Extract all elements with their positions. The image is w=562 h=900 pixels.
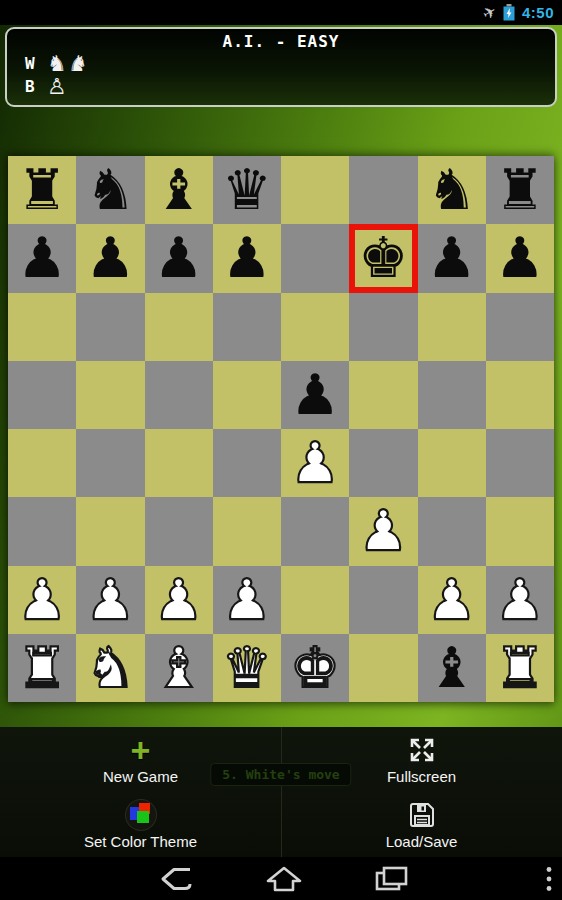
square-a2[interactable]: ♟ [8, 566, 76, 634]
save-icon [408, 801, 436, 829]
square-h3[interactable] [486, 497, 554, 565]
square-h5[interactable] [486, 361, 554, 429]
black-pawn[interactable]: ♟ [145, 224, 213, 292]
status-clock: 4:50 [522, 4, 554, 21]
black-tray-label: B [25, 77, 47, 96]
square-g4[interactable] [418, 429, 486, 497]
captured-piece: ♞ [47, 53, 67, 75]
game-mode-title: A.I. - EASY [19, 32, 543, 52]
square-f2[interactable] [349, 566, 417, 634]
square-f8[interactable] [349, 156, 417, 224]
square-d6[interactable] [213, 293, 281, 361]
square-e5[interactable]: ♟ [281, 361, 349, 429]
recents-button[interactable] [374, 865, 408, 893]
white-bishop[interactable]: ♝ [145, 634, 213, 702]
load-save-label: Load/Save [386, 834, 458, 850]
square-d7[interactable]: ♟ [213, 224, 281, 292]
square-h6[interactable] [486, 293, 554, 361]
white-rook[interactable]: ♜ [8, 634, 76, 702]
black-knight[interactable]: ♞ [418, 156, 486, 224]
black-rook[interactable]: ♜ [8, 156, 76, 224]
white-king[interactable]: ♚ [281, 634, 349, 702]
menu-divider [281, 727, 282, 857]
home-icon [266, 865, 302, 893]
square-d1[interactable]: ♛ [213, 634, 281, 702]
black-knight[interactable]: ♞ [76, 156, 144, 224]
black-bishop[interactable]: ♝ [418, 634, 486, 702]
square-d5[interactable] [213, 361, 281, 429]
square-g2[interactable]: ♟ [418, 566, 486, 634]
plus-icon: + [131, 735, 151, 765]
square-h8[interactable]: ♜ [486, 156, 554, 224]
square-c5[interactable] [145, 361, 213, 429]
move-toast: 5. White's move [210, 763, 351, 786]
black-pawn[interactable]: ♟ [486, 224, 554, 292]
square-a1[interactable]: ♜ [8, 634, 76, 702]
white-pawn[interactable]: ♟ [145, 566, 213, 634]
square-c6[interactable] [145, 293, 213, 361]
black-captured-pieces: ♙ [47, 76, 67, 98]
square-e2[interactable] [281, 566, 349, 634]
new-game-label: New Game [103, 769, 178, 785]
black-captured-row: B ♙ [25, 75, 543, 98]
recents-icon [374, 865, 408, 893]
square-b6[interactable] [76, 293, 144, 361]
android-nav-bar [0, 857, 562, 900]
square-f1[interactable] [349, 634, 417, 702]
square-b8[interactable]: ♞ [76, 156, 144, 224]
airplane-mode-icon: ✈ [479, 2, 499, 23]
chess-board[interactable]: ♜♞♝♛♞♜♟♟♟♟♚♟♟♟♟♟♟♟♟♟♟♟♜♞♝♛♚♝♜ [8, 156, 554, 702]
square-c1[interactable]: ♝ [145, 634, 213, 702]
square-b1[interactable]: ♞ [76, 634, 144, 702]
square-f3[interactable]: ♟ [349, 497, 417, 565]
square-g3[interactable] [418, 497, 486, 565]
white-pawn[interactable]: ♟ [281, 429, 349, 497]
white-pawn[interactable]: ♟ [76, 566, 144, 634]
square-c2[interactable]: ♟ [145, 566, 213, 634]
white-tray-label: W [25, 54, 47, 73]
square-g5[interactable] [418, 361, 486, 429]
black-pawn[interactable]: ♟ [8, 224, 76, 292]
black-king[interactable]: ♚ [349, 224, 417, 292]
square-e4[interactable]: ♟ [281, 429, 349, 497]
battery-charging-icon [503, 4, 515, 21]
square-d4[interactable] [213, 429, 281, 497]
game-header: A.I. - EASY W ♞♞ B ♙ [5, 27, 557, 107]
square-a7[interactable]: ♟ [8, 224, 76, 292]
white-pawn[interactable]: ♟ [418, 566, 486, 634]
black-pawn[interactable]: ♟ [418, 224, 486, 292]
square-g7[interactable]: ♟ [418, 224, 486, 292]
black-bishop[interactable]: ♝ [145, 156, 213, 224]
square-e6[interactable] [281, 293, 349, 361]
fullscreen-label: Fullscreen [387, 769, 456, 785]
square-a3[interactable] [8, 497, 76, 565]
back-button[interactable] [154, 865, 194, 893]
square-h4[interactable] [486, 429, 554, 497]
load-save-button[interactable]: Load/Save [281, 792, 562, 857]
square-a8[interactable]: ♜ [8, 156, 76, 224]
overflow-icon [546, 866, 552, 892]
square-b2[interactable]: ♟ [76, 566, 144, 634]
square-e7[interactable] [281, 224, 349, 292]
square-f5[interactable] [349, 361, 417, 429]
color-theme-icon [126, 800, 156, 830]
set-color-theme-label: Set Color Theme [84, 834, 197, 850]
fullscreen-icon [408, 736, 436, 764]
square-f4[interactable] [349, 429, 417, 497]
white-knight[interactable]: ♞ [76, 634, 144, 702]
square-g6[interactable] [418, 293, 486, 361]
square-g1[interactable]: ♝ [418, 634, 486, 702]
square-e8[interactable] [281, 156, 349, 224]
black-queen[interactable]: ♛ [213, 156, 281, 224]
white-captured-pieces: ♞♞ [47, 53, 87, 75]
back-icon [154, 865, 194, 893]
square-d3[interactable] [213, 497, 281, 565]
black-pawn[interactable]: ♟ [213, 224, 281, 292]
square-c8[interactable]: ♝ [145, 156, 213, 224]
white-queen[interactable]: ♛ [213, 634, 281, 702]
square-c4[interactable] [145, 429, 213, 497]
black-pawn[interactable]: ♟ [76, 224, 144, 292]
square-e3[interactable] [281, 497, 349, 565]
square-a6[interactable] [8, 293, 76, 361]
white-pawn[interactable]: ♟ [8, 566, 76, 634]
app-background: A.I. - EASY W ♞♞ B ♙ ♜♞♝♛♞♜♟♟♟♟♚♟♟♟♟♟♟♟♟… [0, 25, 562, 857]
white-captured-row: W ♞♞ [25, 52, 543, 75]
square-d8[interactable]: ♛ [213, 156, 281, 224]
overflow-menu-button[interactable] [546, 857, 552, 900]
black-pawn[interactable]: ♟ [281, 361, 349, 429]
black-rook[interactable]: ♜ [486, 156, 554, 224]
square-h1[interactable]: ♜ [486, 634, 554, 702]
square-b5[interactable] [76, 361, 144, 429]
square-b3[interactable] [76, 497, 144, 565]
square-d2[interactable]: ♟ [213, 566, 281, 634]
square-b4[interactable] [76, 429, 144, 497]
white-pawn[interactable]: ♟ [213, 566, 281, 634]
square-a4[interactable] [8, 429, 76, 497]
status-bar: ✈ 4:50 [0, 0, 562, 25]
square-c7[interactable]: ♟ [145, 224, 213, 292]
square-h2[interactable]: ♟ [486, 566, 554, 634]
bottom-menu: + New Game Fullscreen [0, 727, 562, 857]
square-a5[interactable] [8, 361, 76, 429]
square-g8[interactable]: ♞ [418, 156, 486, 224]
square-f6[interactable] [349, 293, 417, 361]
square-b7[interactable]: ♟ [76, 224, 144, 292]
square-h7[interactable]: ♟ [486, 224, 554, 292]
white-pawn[interactable]: ♟ [486, 566, 554, 634]
white-pawn[interactable]: ♟ [349, 497, 417, 565]
white-rook[interactable]: ♜ [486, 634, 554, 702]
square-e1[interactable]: ♚ [281, 634, 349, 702]
square-f7[interactable]: ♚ [349, 224, 417, 292]
captured-piece: ♞ [68, 53, 88, 75]
set-color-theme-button[interactable]: Set Color Theme [0, 792, 281, 857]
square-c3[interactable] [145, 497, 213, 565]
captured-piece: ♙ [47, 76, 67, 98]
home-button[interactable] [266, 865, 302, 893]
